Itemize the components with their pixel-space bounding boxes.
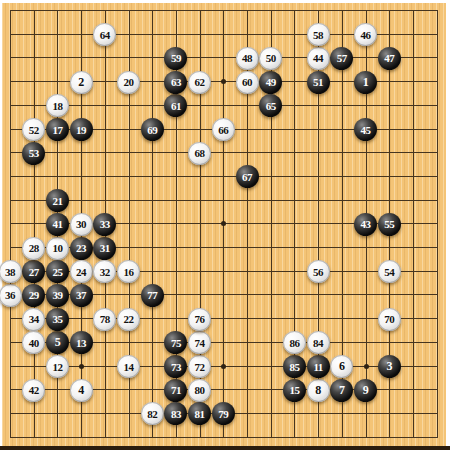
star-point [221,79,226,84]
stone-move-51[interactable]: 51 [307,71,330,94]
stone-move-38[interactable]: 38 [0,260,22,283]
stone-move-60[interactable]: 60 [236,71,259,94]
stone-move-13[interactable]: 13 [70,331,93,354]
stone-move-48[interactable]: 48 [236,47,259,70]
stone-move-17[interactable]: 17 [46,118,69,141]
stone-move-73[interactable]: 73 [164,355,187,378]
stone-move-25[interactable]: 25 [46,260,69,283]
stone-move-1[interactable]: 1 [354,71,377,94]
stone-move-62[interactable]: 62 [188,71,211,94]
stone-move-46[interactable]: 46 [354,23,377,46]
stone-move-29[interactable]: 29 [22,284,45,307]
stone-move-39[interactable]: 39 [46,284,69,307]
stone-move-16[interactable]: 16 [117,260,140,283]
stone-move-76[interactable]: 76 [188,308,211,331]
stone-move-67[interactable]: 67 [236,165,259,188]
star-point [364,364,369,369]
stone-move-61[interactable]: 61 [164,94,187,117]
stone-move-85[interactable]: 85 [283,355,306,378]
stone-move-27[interactable]: 27 [22,260,45,283]
grid-line-horizontal [10,318,438,319]
stone-move-24[interactable]: 24 [70,260,93,283]
stone-move-64[interactable]: 64 [93,23,116,46]
stone-move-58[interactable]: 58 [307,23,330,46]
stone-move-66[interactable]: 66 [212,118,235,141]
stone-move-9[interactable]: 9 [354,379,377,402]
grid-line-vertical [413,10,414,438]
stone-move-59[interactable]: 59 [164,47,187,70]
stone-move-57[interactable]: 57 [330,47,353,70]
stone-move-49[interactable]: 49 [259,71,282,94]
stone-move-50[interactable]: 50 [259,47,282,70]
stone-move-45[interactable]: 45 [354,118,377,141]
stone-move-80[interactable]: 80 [188,379,211,402]
stone-move-18[interactable]: 18 [46,94,69,117]
stone-move-54[interactable]: 54 [378,260,401,283]
stone-move-3[interactable]: 3 [378,355,401,378]
stone-move-44[interactable]: 44 [307,47,330,70]
stone-move-6[interactable]: 6 [330,355,353,378]
stone-move-41[interactable]: 41 [46,213,69,236]
stone-move-43[interactable]: 43 [354,213,377,236]
stone-move-83[interactable]: 83 [164,402,187,425]
star-point [79,364,84,369]
star-point [221,221,226,226]
stone-move-15[interactable]: 15 [283,379,306,402]
stone-move-36[interactable]: 36 [0,284,22,307]
stone-move-14[interactable]: 14 [117,355,140,378]
go-diagram-screen: 1234567891011121314151617181920212223242… [0,0,450,452]
stone-move-21[interactable]: 21 [46,189,69,212]
stone-move-69[interactable]: 69 [141,118,164,141]
stone-move-12[interactable]: 12 [46,355,69,378]
stone-move-63[interactable]: 63 [164,71,187,94]
stone-move-71[interactable]: 71 [164,379,187,402]
stone-move-82[interactable]: 82 [141,402,164,425]
grid-line-vertical [437,10,438,438]
grid-line-horizontal [10,437,438,438]
stone-move-40[interactable]: 40 [22,331,45,354]
stone-move-20[interactable]: 20 [117,71,140,94]
stone-move-68[interactable]: 68 [188,142,211,165]
stone-move-74[interactable]: 74 [188,331,211,354]
stone-move-32[interactable]: 32 [93,260,116,283]
stone-move-37[interactable]: 37 [70,284,93,307]
stone-move-70[interactable]: 70 [378,308,401,331]
stone-move-23[interactable]: 23 [70,237,93,260]
stone-move-65[interactable]: 65 [259,94,282,117]
stone-move-84[interactable]: 84 [307,331,330,354]
stone-move-77[interactable]: 77 [141,284,164,307]
stone-move-42[interactable]: 42 [22,379,45,402]
stone-move-7[interactable]: 7 [330,379,353,402]
stone-move-28[interactable]: 28 [22,237,45,260]
stone-move-10[interactable]: 10 [46,237,69,260]
stone-move-81[interactable]: 81 [188,402,211,425]
stone-move-30[interactable]: 30 [70,213,93,236]
stone-move-5[interactable]: 5 [46,331,69,354]
stone-move-72[interactable]: 72 [188,355,211,378]
stone-move-55[interactable]: 55 [378,213,401,236]
stone-move-34[interactable]: 34 [22,308,45,331]
stone-move-47[interactable]: 47 [378,47,401,70]
star-point [221,364,226,369]
stone-move-22[interactable]: 22 [117,308,140,331]
stone-move-53[interactable]: 53 [22,142,45,165]
go-board[interactable]: 1234567891011121314151617181920212223242… [2,3,446,446]
stone-move-75[interactable]: 75 [164,331,187,354]
stone-move-35[interactable]: 35 [46,308,69,331]
board-bottom-edge [0,446,450,450]
stone-move-2[interactable]: 2 [70,71,93,94]
stone-move-56[interactable]: 56 [307,260,330,283]
stone-move-19[interactable]: 19 [70,118,93,141]
stone-move-11[interactable]: 11 [307,355,330,378]
stone-move-4[interactable]: 4 [70,379,93,402]
stone-move-52[interactable]: 52 [22,118,45,141]
stone-move-33[interactable]: 33 [93,213,116,236]
stone-move-8[interactable]: 8 [307,379,330,402]
stone-move-78[interactable]: 78 [93,308,116,331]
stone-move-31[interactable]: 31 [93,237,116,260]
stone-move-86[interactable]: 86 [283,331,306,354]
stone-move-79[interactable]: 79 [212,402,235,425]
